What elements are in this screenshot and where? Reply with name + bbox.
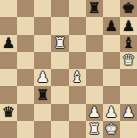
square-b1[interactable] [17, 121, 34, 138]
piece-black-pawn[interactable]: ♟ [2, 35, 15, 50]
square-c5[interactable] [34, 52, 51, 69]
square-f6[interactable] [86, 35, 103, 52]
square-e8[interactable] [69, 0, 86, 17]
square-a6[interactable]: ♟ [0, 35, 17, 52]
square-c4[interactable]: ♟ [34, 69, 51, 86]
piece-white-rook[interactable]: ♜ [88, 122, 101, 137]
square-g5[interactable] [103, 52, 120, 69]
piece-white-pawn[interactable]: ♟ [122, 104, 135, 119]
square-h2[interactable]: ♟ [120, 104, 137, 121]
square-a2[interactable]: ♛ [0, 104, 17, 121]
square-e2[interactable] [69, 104, 86, 121]
square-b4[interactable] [17, 69, 34, 86]
square-d5[interactable] [51, 52, 68, 69]
square-f3[interactable] [86, 86, 103, 103]
square-h4[interactable] [120, 69, 137, 86]
square-d8[interactable] [51, 0, 68, 17]
square-h1[interactable] [120, 121, 137, 138]
square-h7[interactable]: ♟ [120, 17, 137, 34]
square-a5[interactable] [0, 52, 17, 69]
piece-black-rook[interactable]: ♜ [36, 87, 49, 102]
square-c7[interactable] [34, 17, 51, 34]
square-g2[interactable]: ♟ [103, 104, 120, 121]
square-h6[interactable]: ♝ [120, 35, 137, 52]
square-d3[interactable] [51, 86, 68, 103]
square-d7[interactable] [51, 17, 68, 34]
square-h8[interactable]: ♚ [120, 0, 137, 17]
square-g3[interactable] [103, 86, 120, 103]
piece-white-bishop[interactable]: ♝ [71, 70, 84, 85]
square-a1[interactable] [0, 121, 17, 138]
square-b8[interactable] [17, 0, 34, 17]
square-g7[interactable]: ♟ [103, 17, 120, 34]
square-c3[interactable]: ♜ [34, 86, 51, 103]
square-b2[interactable] [17, 104, 34, 121]
square-d2[interactable] [51, 104, 68, 121]
piece-white-king[interactable]: ♚ [105, 122, 118, 137]
square-d4[interactable] [51, 69, 68, 86]
square-f8[interactable]: ♜ [86, 0, 103, 17]
piece-white-pawn[interactable]: ♟ [88, 104, 101, 119]
square-c6[interactable] [34, 35, 51, 52]
square-e6[interactable] [69, 35, 86, 52]
piece-white-pawn[interactable]: ♟ [105, 104, 118, 119]
piece-black-king[interactable]: ♚ [122, 1, 135, 16]
piece-black-bishop[interactable]: ♝ [122, 35, 135, 50]
square-h3[interactable] [120, 86, 137, 103]
square-c1[interactable] [34, 121, 51, 138]
piece-white-queen[interactable]: ♛ [122, 53, 135, 68]
square-d1[interactable] [51, 121, 68, 138]
square-b6[interactable] [17, 35, 34, 52]
piece-black-pawn[interactable]: ♟ [122, 18, 135, 33]
piece-black-rook[interactable]: ♜ [88, 1, 101, 16]
square-a4[interactable] [0, 69, 17, 86]
square-b3[interactable] [17, 86, 34, 103]
square-b5[interactable] [17, 52, 34, 69]
piece-black-queen[interactable]: ♛ [2, 104, 15, 119]
square-e5[interactable] [69, 52, 86, 69]
square-c8[interactable] [34, 0, 51, 17]
square-g8[interactable] [103, 0, 120, 17]
square-b7[interactable] [17, 17, 34, 34]
square-f2[interactable]: ♟ [86, 104, 103, 121]
square-c2[interactable] [34, 104, 51, 121]
square-d6[interactable]: ♜ [51, 35, 68, 52]
square-e3[interactable] [69, 86, 86, 103]
square-a8[interactable] [0, 0, 17, 17]
piece-black-pawn[interactable]: ♟ [105, 18, 118, 33]
square-a7[interactable] [0, 17, 17, 34]
piece-white-rook[interactable]: ♜ [53, 35, 66, 50]
square-f7[interactable] [86, 17, 103, 34]
chess-board: ♜♚♟♟♟♜♝♛♟♝♜♛♟♟♟♜♚ [0, 0, 137, 138]
square-f5[interactable] [86, 52, 103, 69]
piece-white-pawn[interactable]: ♟ [36, 70, 49, 85]
square-h5[interactable]: ♛ [120, 52, 137, 69]
square-e1[interactable] [69, 121, 86, 138]
square-e4[interactable]: ♝ [69, 69, 86, 86]
square-f1[interactable]: ♜ [86, 121, 103, 138]
square-f4[interactable] [86, 69, 103, 86]
square-e7[interactable] [69, 17, 86, 34]
square-a3[interactable] [0, 86, 17, 103]
square-g4[interactable] [103, 69, 120, 86]
square-g1[interactable]: ♚ [103, 121, 120, 138]
square-g6[interactable] [103, 35, 120, 52]
